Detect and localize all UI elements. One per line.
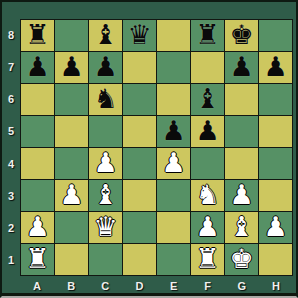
file-labels: ABCDEFGH <box>20 276 293 295</box>
square-d4[interactable] <box>123 148 156 179</box>
square-f4[interactable] <box>191 148 224 179</box>
rank-label-8: 8 <box>2 19 20 51</box>
white-pawn-b3[interactable]: ♟ <box>59 180 83 210</box>
square-h2[interactable]: ♟ <box>259 212 292 243</box>
file-label-d: D <box>122 276 156 295</box>
black-queen-d8[interactable]: ♛ <box>127 20 151 50</box>
rank-label-2: 2 <box>2 212 20 244</box>
square-c1[interactable] <box>89 244 122 275</box>
square-a7[interactable]: ♟ <box>21 52 54 83</box>
square-e1[interactable] <box>157 244 190 275</box>
file-label-e: E <box>157 276 191 295</box>
white-pawn-h2[interactable]: ♟ <box>263 212 287 242</box>
square-h8[interactable] <box>259 20 292 51</box>
rank-label-4: 4 <box>2 148 20 180</box>
white-queen-c2[interactable]: ♛ <box>93 212 117 242</box>
square-g4[interactable] <box>225 148 258 179</box>
square-d3[interactable] <box>123 180 156 211</box>
square-h1[interactable] <box>259 244 292 275</box>
square-c6[interactable]: ♞ <box>89 84 122 115</box>
square-b4[interactable] <box>55 148 88 179</box>
file-label-c: C <box>88 276 122 295</box>
square-a1[interactable]: ♜ <box>21 244 54 275</box>
square-e7[interactable] <box>157 52 190 83</box>
rank-label-1: 1 <box>2 244 20 276</box>
rank-labels: 87654321 <box>2 19 20 276</box>
square-b8[interactable] <box>55 20 88 51</box>
square-d7[interactable] <box>123 52 156 83</box>
white-pawn-e4[interactable]: ♟ <box>161 148 185 178</box>
square-c3[interactable]: ♝ <box>89 180 122 211</box>
black-bishop-c8[interactable]: ♝ <box>93 20 117 50</box>
square-f6[interactable]: ♝ <box>191 84 224 115</box>
black-pawn-e5[interactable]: ♟ <box>161 116 185 146</box>
square-c5[interactable] <box>89 116 122 147</box>
square-g1[interactable]: ♚ <box>225 244 258 275</box>
square-d8[interactable]: ♛ <box>123 20 156 51</box>
square-e4[interactable]: ♟ <box>157 148 190 179</box>
white-pawn-a2[interactable]: ♟ <box>25 212 49 242</box>
white-rook-a1[interactable]: ♜ <box>25 244 49 274</box>
rank-label-5: 5 <box>2 115 20 147</box>
square-e2[interactable] <box>157 212 190 243</box>
square-f1[interactable]: ♜ <box>191 244 224 275</box>
square-f8[interactable]: ♜ <box>191 20 224 51</box>
black-rook-f8[interactable]: ♜ <box>195 20 219 50</box>
square-f5[interactable]: ♟ <box>191 116 224 147</box>
square-g6[interactable] <box>225 84 258 115</box>
square-c2[interactable]: ♛ <box>89 212 122 243</box>
square-d2[interactable] <box>123 212 156 243</box>
chess-board[interactable]: ♜♝♛♜♚♟♟♟♟♟♞♝♟♟♟♟♟♝♞♟♟♛♟♝♟♜♜♚ <box>20 19 293 276</box>
square-h5[interactable] <box>259 116 292 147</box>
white-pawn-c4[interactable]: ♟ <box>93 148 117 178</box>
square-a6[interactable] <box>21 84 54 115</box>
rank-label-3: 3 <box>2 180 20 212</box>
square-e5[interactable]: ♟ <box>157 116 190 147</box>
square-b5[interactable] <box>55 116 88 147</box>
file-label-b: B <box>54 276 88 295</box>
file-label-g: G <box>225 276 259 295</box>
square-h3[interactable] <box>259 180 292 211</box>
square-g5[interactable] <box>225 116 258 147</box>
square-g3[interactable]: ♟ <box>225 180 258 211</box>
square-b6[interactable] <box>55 84 88 115</box>
square-e8[interactable] <box>157 20 190 51</box>
chess-board-window: 87654321 ♜♝♛♜♚♟♟♟♟♟♞♝♟♟♟♟♟♝♞♟♟♛♟♝♟♜♜♚ AB… <box>0 0 298 298</box>
square-e6[interactable] <box>157 84 190 115</box>
square-d6[interactable] <box>123 84 156 115</box>
square-c8[interactable]: ♝ <box>89 20 122 51</box>
square-f3[interactable]: ♞ <box>191 180 224 211</box>
rank-label-7: 7 <box>2 51 20 83</box>
white-pawn-f2[interactable]: ♟ <box>195 212 219 242</box>
square-b1[interactable] <box>55 244 88 275</box>
square-g7[interactable]: ♟ <box>225 52 258 83</box>
square-h6[interactable] <box>259 84 292 115</box>
square-b2[interactable] <box>55 212 88 243</box>
square-d5[interactable] <box>123 116 156 147</box>
white-king-g1[interactable]: ♚ <box>229 244 253 274</box>
black-pawn-h7[interactable]: ♟ <box>263 52 287 82</box>
black-pawn-a7[interactable]: ♟ <box>25 52 49 82</box>
square-b7[interactable]: ♟ <box>55 52 88 83</box>
square-a4[interactable] <box>21 148 54 179</box>
black-rook-a8[interactable]: ♜ <box>25 20 49 50</box>
square-a5[interactable] <box>21 116 54 147</box>
square-e3[interactable] <box>157 180 190 211</box>
black-pawn-b7[interactable]: ♟ <box>59 52 83 82</box>
square-f2[interactable]: ♟ <box>191 212 224 243</box>
white-rook-f1[interactable]: ♜ <box>195 244 219 274</box>
square-b3[interactable]: ♟ <box>55 180 88 211</box>
white-pawn-g3[interactable]: ♟ <box>229 180 253 210</box>
square-d1[interactable] <box>123 244 156 275</box>
white-bishop-c3[interactable]: ♝ <box>93 180 117 210</box>
file-label-a: A <box>20 276 54 295</box>
black-bishop-f6[interactable]: ♝ <box>195 84 219 114</box>
square-c7[interactable]: ♟ <box>89 52 122 83</box>
file-label-h: H <box>259 276 293 295</box>
black-pawn-f5[interactable]: ♟ <box>195 116 219 146</box>
file-label-f: F <box>191 276 225 295</box>
square-f7[interactable] <box>191 52 224 83</box>
square-g2[interactable]: ♝ <box>225 212 258 243</box>
square-a2[interactable]: ♟ <box>21 212 54 243</box>
white-bishop-g2[interactable]: ♝ <box>229 212 253 242</box>
black-pawn-c7[interactable]: ♟ <box>93 52 117 82</box>
square-a3[interactable] <box>21 180 54 211</box>
black-knight-c6[interactable]: ♞ <box>93 84 117 114</box>
black-pawn-g7[interactable]: ♟ <box>229 52 253 82</box>
white-knight-f3[interactable]: ♞ <box>195 180 219 210</box>
square-a8[interactable]: ♜ <box>21 20 54 51</box>
rank-label-6: 6 <box>2 83 20 115</box>
square-c4[interactable]: ♟ <box>89 148 122 179</box>
square-h7[interactable]: ♟ <box>259 52 292 83</box>
square-g8[interactable]: ♚ <box>225 20 258 51</box>
square-h4[interactable] <box>259 148 292 179</box>
black-king-g8[interactable]: ♚ <box>229 20 253 50</box>
